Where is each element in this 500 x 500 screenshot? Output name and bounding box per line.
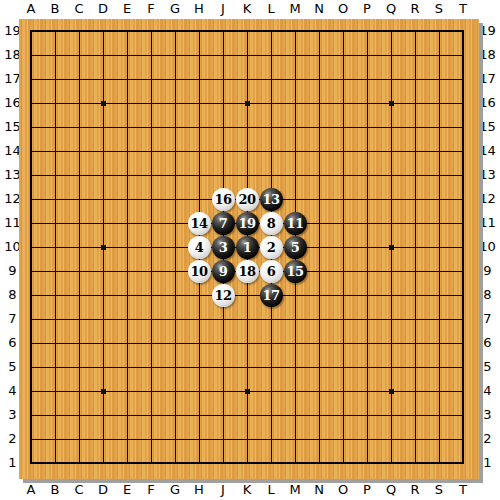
intersection-M16[interactable]	[283, 91, 307, 115]
intersection-C15[interactable]	[67, 115, 91, 139]
intersection-A2[interactable]	[19, 427, 43, 451]
intersection-Q2[interactable]	[379, 427, 403, 451]
intersection-S6[interactable]	[427, 331, 451, 355]
intersection-J19[interactable]	[211, 19, 235, 43]
intersection-M18[interactable]	[283, 43, 307, 67]
intersection-B5[interactable]	[43, 355, 67, 379]
intersection-T3[interactable]	[451, 403, 475, 427]
intersection-D16[interactable]	[91, 91, 115, 115]
intersection-R11[interactable]	[403, 211, 427, 235]
intersection-L7[interactable]	[259, 307, 283, 331]
intersection-R17[interactable]	[403, 67, 427, 91]
intersection-B18[interactable]	[43, 43, 67, 67]
intersection-J12[interactable]: 16	[211, 187, 235, 211]
intersection-F10[interactable]	[139, 235, 163, 259]
intersection-M4[interactable]	[283, 379, 307, 403]
intersection-S1[interactable]	[427, 451, 451, 475]
intersection-P6[interactable]	[355, 331, 379, 355]
intersection-M3[interactable]	[283, 403, 307, 427]
intersection-C18[interactable]	[67, 43, 91, 67]
stone-white-20[interactable]: 20	[236, 188, 259, 211]
intersection-M13[interactable]	[283, 163, 307, 187]
intersection-S17[interactable]	[427, 67, 451, 91]
intersection-H12[interactable]	[187, 187, 211, 211]
intersection-B4[interactable]	[43, 379, 67, 403]
intersection-P12[interactable]	[355, 187, 379, 211]
intersection-D7[interactable]	[91, 307, 115, 331]
intersection-P14[interactable]	[355, 139, 379, 163]
stone-black-5[interactable]: 5	[284, 236, 307, 259]
intersection-Q19[interactable]	[379, 19, 403, 43]
intersection-G5[interactable]	[163, 355, 187, 379]
intersection-F4[interactable]	[139, 379, 163, 403]
intersection-O8[interactable]	[331, 283, 355, 307]
intersection-O16[interactable]	[331, 91, 355, 115]
intersection-B15[interactable]	[43, 115, 67, 139]
intersection-L15[interactable]	[259, 115, 283, 139]
intersection-B7[interactable]	[43, 307, 67, 331]
intersection-P9[interactable]	[355, 259, 379, 283]
intersection-G2[interactable]	[163, 427, 187, 451]
intersection-S5[interactable]	[427, 355, 451, 379]
intersection-M15[interactable]	[283, 115, 307, 139]
intersection-K15[interactable]	[235, 115, 259, 139]
intersection-K18[interactable]	[235, 43, 259, 67]
intersection-N9[interactable]	[307, 259, 331, 283]
intersection-T1[interactable]	[451, 451, 475, 475]
intersection-T16[interactable]	[451, 91, 475, 115]
intersection-O4[interactable]	[331, 379, 355, 403]
intersection-E3[interactable]	[115, 403, 139, 427]
intersection-N10[interactable]	[307, 235, 331, 259]
intersection-Q13[interactable]	[379, 163, 403, 187]
intersection-K16[interactable]	[235, 91, 259, 115]
intersection-A5[interactable]	[19, 355, 43, 379]
intersection-F11[interactable]	[139, 211, 163, 235]
stone-black-19[interactable]: 19	[236, 212, 259, 235]
intersection-F13[interactable]	[139, 163, 163, 187]
intersection-L9[interactable]: 6	[259, 259, 283, 283]
intersection-A13[interactable]	[19, 163, 43, 187]
intersection-L17[interactable]	[259, 67, 283, 91]
intersection-E7[interactable]	[115, 307, 139, 331]
intersection-L14[interactable]	[259, 139, 283, 163]
intersection-N18[interactable]	[307, 43, 331, 67]
intersection-M6[interactable]	[283, 331, 307, 355]
intersection-R13[interactable]	[403, 163, 427, 187]
intersection-N7[interactable]	[307, 307, 331, 331]
intersection-B10[interactable]	[43, 235, 67, 259]
intersection-C17[interactable]	[67, 67, 91, 91]
intersection-R15[interactable]	[403, 115, 427, 139]
intersection-H11[interactable]: 14	[187, 211, 211, 235]
intersection-H16[interactable]	[187, 91, 211, 115]
intersection-A19[interactable]	[19, 19, 43, 43]
intersection-C3[interactable]	[67, 403, 91, 427]
intersection-D6[interactable]	[91, 331, 115, 355]
intersection-M5[interactable]	[283, 355, 307, 379]
intersection-B19[interactable]	[43, 19, 67, 43]
intersection-K8[interactable]	[235, 283, 259, 307]
intersection-K10[interactable]: 1	[235, 235, 259, 259]
intersection-S16[interactable]	[427, 91, 451, 115]
intersection-D13[interactable]	[91, 163, 115, 187]
intersection-O11[interactable]	[331, 211, 355, 235]
intersection-A16[interactable]	[19, 91, 43, 115]
intersection-T17[interactable]	[451, 67, 475, 91]
intersection-S19[interactable]	[427, 19, 451, 43]
intersection-D14[interactable]	[91, 139, 115, 163]
intersection-S3[interactable]	[427, 403, 451, 427]
intersection-Q3[interactable]	[379, 403, 403, 427]
intersection-R6[interactable]	[403, 331, 427, 355]
intersection-R3[interactable]	[403, 403, 427, 427]
intersection-D18[interactable]	[91, 43, 115, 67]
intersection-O2[interactable]	[331, 427, 355, 451]
intersection-B12[interactable]	[43, 187, 67, 211]
stone-white-6[interactable]: 6	[260, 260, 283, 283]
intersection-D3[interactable]	[91, 403, 115, 427]
intersection-E12[interactable]	[115, 187, 139, 211]
intersection-C5[interactable]	[67, 355, 91, 379]
intersection-A7[interactable]	[19, 307, 43, 331]
intersection-J2[interactable]	[211, 427, 235, 451]
intersection-N15[interactable]	[307, 115, 331, 139]
intersection-B11[interactable]	[43, 211, 67, 235]
intersection-B2[interactable]	[43, 427, 67, 451]
stone-white-18[interactable]: 18	[236, 260, 259, 283]
intersection-F1[interactable]	[139, 451, 163, 475]
intersection-S4[interactable]	[427, 379, 451, 403]
intersection-H17[interactable]	[187, 67, 211, 91]
intersection-O7[interactable]	[331, 307, 355, 331]
intersection-P8[interactable]	[355, 283, 379, 307]
intersection-F7[interactable]	[139, 307, 163, 331]
intersection-M1[interactable]	[283, 451, 307, 475]
intersection-E13[interactable]	[115, 163, 139, 187]
intersection-E15[interactable]	[115, 115, 139, 139]
intersection-N12[interactable]	[307, 187, 331, 211]
intersection-H14[interactable]	[187, 139, 211, 163]
intersection-R14[interactable]	[403, 139, 427, 163]
intersection-K4[interactable]	[235, 379, 259, 403]
intersection-A8[interactable]	[19, 283, 43, 307]
intersection-A14[interactable]	[19, 139, 43, 163]
intersection-O9[interactable]	[331, 259, 355, 283]
intersection-D11[interactable]	[91, 211, 115, 235]
intersection-A9[interactable]	[19, 259, 43, 283]
intersection-M17[interactable]	[283, 67, 307, 91]
intersection-M8[interactable]	[283, 283, 307, 307]
intersection-T13[interactable]	[451, 163, 475, 187]
intersection-T7[interactable]	[451, 307, 475, 331]
intersection-F19[interactable]	[139, 19, 163, 43]
intersection-L3[interactable]	[259, 403, 283, 427]
intersection-K6[interactable]	[235, 331, 259, 355]
intersection-S7[interactable]	[427, 307, 451, 331]
intersection-R18[interactable]	[403, 43, 427, 67]
intersection-P18[interactable]	[355, 43, 379, 67]
intersection-C13[interactable]	[67, 163, 91, 187]
intersection-J9[interactable]: 9	[211, 259, 235, 283]
intersection-K14[interactable]	[235, 139, 259, 163]
intersection-J4[interactable]	[211, 379, 235, 403]
intersection-D17[interactable]	[91, 67, 115, 91]
intersection-T15[interactable]	[451, 115, 475, 139]
intersection-Q12[interactable]	[379, 187, 403, 211]
intersection-B14[interactable]	[43, 139, 67, 163]
intersection-N19[interactable]	[307, 19, 331, 43]
intersection-M14[interactable]	[283, 139, 307, 163]
intersection-S15[interactable]	[427, 115, 451, 139]
intersection-D2[interactable]	[91, 427, 115, 451]
intersection-M2[interactable]	[283, 427, 307, 451]
intersection-N3[interactable]	[307, 403, 331, 427]
intersection-L6[interactable]	[259, 331, 283, 355]
intersection-P10[interactable]	[355, 235, 379, 259]
intersection-K13[interactable]	[235, 163, 259, 187]
intersection-F3[interactable]	[139, 403, 163, 427]
stone-black-3[interactable]: 3	[212, 236, 235, 259]
intersection-O5[interactable]	[331, 355, 355, 379]
intersection-H9[interactable]: 10	[187, 259, 211, 283]
intersection-E9[interactable]	[115, 259, 139, 283]
intersection-H6[interactable]	[187, 331, 211, 355]
intersection-J11[interactable]: 7	[211, 211, 235, 235]
intersection-H15[interactable]	[187, 115, 211, 139]
intersection-P1[interactable]	[355, 451, 379, 475]
intersection-F9[interactable]	[139, 259, 163, 283]
intersection-P15[interactable]	[355, 115, 379, 139]
intersection-N16[interactable]	[307, 91, 331, 115]
stone-black-11[interactable]: 11	[284, 212, 307, 235]
intersection-G7[interactable]	[163, 307, 187, 331]
intersection-J15[interactable]	[211, 115, 235, 139]
intersection-A1[interactable]	[19, 451, 43, 475]
intersection-E10[interactable]	[115, 235, 139, 259]
intersection-K11[interactable]: 19	[235, 211, 259, 235]
intersection-G3[interactable]	[163, 403, 187, 427]
intersection-L10[interactable]: 2	[259, 235, 283, 259]
intersection-C12[interactable]	[67, 187, 91, 211]
intersection-T12[interactable]	[451, 187, 475, 211]
intersection-P13[interactable]	[355, 163, 379, 187]
intersection-R7[interactable]	[403, 307, 427, 331]
intersection-N17[interactable]	[307, 67, 331, 91]
intersection-S14[interactable]	[427, 139, 451, 163]
intersection-T5[interactable]	[451, 355, 475, 379]
intersection-D19[interactable]	[91, 19, 115, 43]
intersection-M7[interactable]	[283, 307, 307, 331]
intersection-C8[interactable]	[67, 283, 91, 307]
intersection-A6[interactable]	[19, 331, 43, 355]
stone-black-1[interactable]: 1	[236, 236, 259, 259]
stone-white-4[interactable]: 4	[188, 236, 211, 259]
intersection-F5[interactable]	[139, 355, 163, 379]
intersection-S10[interactable]	[427, 235, 451, 259]
stone-black-17[interactable]: 17	[260, 284, 283, 307]
intersection-P7[interactable]	[355, 307, 379, 331]
intersection-D15[interactable]	[91, 115, 115, 139]
intersection-B3[interactable]	[43, 403, 67, 427]
intersection-K12[interactable]: 20	[235, 187, 259, 211]
intersection-R10[interactable]	[403, 235, 427, 259]
intersection-Q14[interactable]	[379, 139, 403, 163]
intersection-L16[interactable]	[259, 91, 283, 115]
intersection-G4[interactable]	[163, 379, 187, 403]
intersection-N8[interactable]	[307, 283, 331, 307]
intersection-A18[interactable]	[19, 43, 43, 67]
intersection-E4[interactable]	[115, 379, 139, 403]
intersection-F16[interactable]	[139, 91, 163, 115]
intersection-J13[interactable]	[211, 163, 235, 187]
intersection-G6[interactable]	[163, 331, 187, 355]
intersection-L8[interactable]: 17	[259, 283, 283, 307]
intersection-T6[interactable]	[451, 331, 475, 355]
intersection-L5[interactable]	[259, 355, 283, 379]
intersection-M9[interactable]: 15	[283, 259, 307, 283]
intersection-P2[interactable]	[355, 427, 379, 451]
intersection-M11[interactable]: 11	[283, 211, 307, 235]
intersection-B17[interactable]	[43, 67, 67, 91]
intersection-H8[interactable]	[187, 283, 211, 307]
intersection-G10[interactable]	[163, 235, 187, 259]
intersection-C1[interactable]	[67, 451, 91, 475]
intersection-L1[interactable]	[259, 451, 283, 475]
intersection-D9[interactable]	[91, 259, 115, 283]
intersection-C14[interactable]	[67, 139, 91, 163]
intersection-Q6[interactable]	[379, 331, 403, 355]
intersection-C19[interactable]	[67, 19, 91, 43]
intersection-O15[interactable]	[331, 115, 355, 139]
intersection-J3[interactable]	[211, 403, 235, 427]
stone-black-7[interactable]: 7	[212, 212, 235, 235]
intersection-T10[interactable]	[451, 235, 475, 259]
intersection-M10[interactable]: 5	[283, 235, 307, 259]
intersection-S12[interactable]	[427, 187, 451, 211]
intersection-D1[interactable]	[91, 451, 115, 475]
intersection-E1[interactable]	[115, 451, 139, 475]
intersection-T4[interactable]	[451, 379, 475, 403]
intersection-N1[interactable]	[307, 451, 331, 475]
intersection-Q11[interactable]	[379, 211, 403, 235]
intersection-P16[interactable]	[355, 91, 379, 115]
intersection-J1[interactable]	[211, 451, 235, 475]
intersection-G14[interactable]	[163, 139, 187, 163]
intersection-H10[interactable]: 4	[187, 235, 211, 259]
intersection-B6[interactable]	[43, 331, 67, 355]
intersection-R2[interactable]	[403, 427, 427, 451]
intersection-G19[interactable]	[163, 19, 187, 43]
intersection-Q15[interactable]	[379, 115, 403, 139]
intersection-K7[interactable]	[235, 307, 259, 331]
intersection-S11[interactable]	[427, 211, 451, 235]
intersection-G18[interactable]	[163, 43, 187, 67]
intersection-S13[interactable]	[427, 163, 451, 187]
stone-white-8[interactable]: 8	[260, 212, 283, 235]
intersection-J16[interactable]	[211, 91, 235, 115]
intersection-R1[interactable]	[403, 451, 427, 475]
intersection-B16[interactable]	[43, 91, 67, 115]
intersection-Q9[interactable]	[379, 259, 403, 283]
intersection-T11[interactable]	[451, 211, 475, 235]
intersection-H13[interactable]	[187, 163, 211, 187]
intersection-E19[interactable]	[115, 19, 139, 43]
intersection-Q5[interactable]	[379, 355, 403, 379]
intersection-L2[interactable]	[259, 427, 283, 451]
intersection-C7[interactable]	[67, 307, 91, 331]
intersection-R8[interactable]	[403, 283, 427, 307]
intersection-R19[interactable]	[403, 19, 427, 43]
intersection-D5[interactable]	[91, 355, 115, 379]
intersection-H19[interactable]	[187, 19, 211, 43]
intersection-L19[interactable]	[259, 19, 283, 43]
intersection-G9[interactable]	[163, 259, 187, 283]
intersection-R16[interactable]	[403, 91, 427, 115]
intersection-K9[interactable]: 18	[235, 259, 259, 283]
intersection-F12[interactable]	[139, 187, 163, 211]
intersection-A11[interactable]	[19, 211, 43, 235]
intersection-G17[interactable]	[163, 67, 187, 91]
intersection-T14[interactable]	[451, 139, 475, 163]
intersection-O3[interactable]	[331, 403, 355, 427]
intersection-J6[interactable]	[211, 331, 235, 355]
intersection-P3[interactable]	[355, 403, 379, 427]
intersection-E5[interactable]	[115, 355, 139, 379]
intersection-F15[interactable]	[139, 115, 163, 139]
intersection-E2[interactable]	[115, 427, 139, 451]
intersection-P4[interactable]	[355, 379, 379, 403]
intersection-P5[interactable]	[355, 355, 379, 379]
intersection-O6[interactable]	[331, 331, 355, 355]
intersection-H5[interactable]	[187, 355, 211, 379]
intersection-O14[interactable]	[331, 139, 355, 163]
intersection-N6[interactable]	[307, 331, 331, 355]
intersection-H2[interactable]	[187, 427, 211, 451]
stone-white-16[interactable]: 16	[212, 188, 235, 211]
intersection-G1[interactable]	[163, 451, 187, 475]
intersection-N4[interactable]	[307, 379, 331, 403]
intersection-K1[interactable]	[235, 451, 259, 475]
intersection-R12[interactable]	[403, 187, 427, 211]
intersection-S8[interactable]	[427, 283, 451, 307]
intersection-L13[interactable]	[259, 163, 283, 187]
intersection-E16[interactable]	[115, 91, 139, 115]
stone-white-12[interactable]: 12	[212, 284, 235, 307]
intersection-A10[interactable]	[19, 235, 43, 259]
intersection-Q4[interactable]	[379, 379, 403, 403]
intersection-O10[interactable]	[331, 235, 355, 259]
intersection-S9[interactable]	[427, 259, 451, 283]
intersection-B13[interactable]	[43, 163, 67, 187]
intersection-H1[interactable]	[187, 451, 211, 475]
intersection-E14[interactable]	[115, 139, 139, 163]
intersection-A15[interactable]	[19, 115, 43, 139]
intersection-S18[interactable]	[427, 43, 451, 67]
intersection-K19[interactable]	[235, 19, 259, 43]
intersection-B8[interactable]	[43, 283, 67, 307]
intersection-K3[interactable]	[235, 403, 259, 427]
intersection-T2[interactable]	[451, 427, 475, 451]
intersection-D4[interactable]	[91, 379, 115, 403]
intersection-P11[interactable]	[355, 211, 379, 235]
stone-white-2[interactable]: 2	[260, 236, 283, 259]
intersection-L18[interactable]	[259, 43, 283, 67]
intersection-G16[interactable]	[163, 91, 187, 115]
intersection-Q1[interactable]	[379, 451, 403, 475]
intersection-R4[interactable]	[403, 379, 427, 403]
intersection-C2[interactable]	[67, 427, 91, 451]
